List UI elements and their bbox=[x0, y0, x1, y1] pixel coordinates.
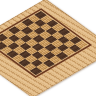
board-squares-grid bbox=[0, 11, 88, 75]
chessboard-product-photo bbox=[0, 0, 96, 96]
board-perspective-wrapper bbox=[0, 0, 96, 96]
frame-pinstripe-inlay bbox=[0, 8, 92, 78]
chessboard bbox=[0, 0, 96, 96]
